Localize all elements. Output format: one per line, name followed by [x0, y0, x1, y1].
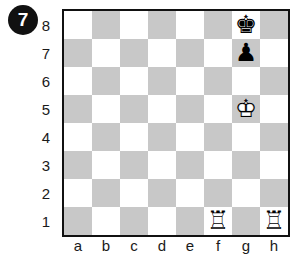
rank-label-1: 1 [34, 207, 56, 235]
white-rook-glyph: ♖ [263, 207, 285, 235]
rank-label-6: 6 [34, 67, 56, 95]
square-a5[interactable] [64, 95, 92, 123]
square-h3[interactable] [260, 151, 288, 179]
square-c1[interactable] [120, 207, 148, 235]
square-d6[interactable] [148, 67, 176, 95]
square-f5[interactable] [204, 95, 232, 123]
square-h1[interactable]: ♜♖ [260, 207, 288, 235]
rank-label-3: 3 [34, 151, 56, 179]
square-b1[interactable] [92, 207, 120, 235]
file-label-c: c [120, 236, 148, 254]
square-e1[interactable] [176, 207, 204, 235]
chess-puzzle-diagram: 7 87654321 ♚♟♚♔♜♖♜♖ abcdefgh [0, 0, 301, 254]
square-a3[interactable] [64, 151, 92, 179]
chess-board: ♚♟♚♔♜♖♜♖ [62, 9, 290, 237]
white-king[interactable]: ♚♔ [232, 95, 260, 123]
square-h4[interactable] [260, 123, 288, 151]
square-h2[interactable] [260, 179, 288, 207]
square-d5[interactable] [148, 95, 176, 123]
square-f2[interactable] [204, 179, 232, 207]
file-label-b: b [92, 236, 120, 254]
square-a6[interactable] [64, 67, 92, 95]
white-rook[interactable]: ♜♖ [260, 207, 288, 235]
black-pawn[interactable]: ♟ [232, 39, 260, 67]
rank-label-5: 5 [34, 95, 56, 123]
square-d2[interactable] [148, 179, 176, 207]
square-c3[interactable] [120, 151, 148, 179]
square-c8[interactable] [120, 11, 148, 39]
file-label-d: d [148, 236, 176, 254]
file-label-f: f [204, 236, 232, 254]
square-e3[interactable] [176, 151, 204, 179]
rank-label-7: 7 [34, 39, 56, 67]
black-king[interactable]: ♚ [232, 11, 260, 39]
square-e8[interactable] [176, 11, 204, 39]
square-c4[interactable] [120, 123, 148, 151]
square-a4[interactable] [64, 123, 92, 151]
square-a7[interactable] [64, 39, 92, 67]
square-g1[interactable] [232, 207, 260, 235]
square-f6[interactable] [204, 67, 232, 95]
square-g8[interactable]: ♚ [232, 11, 260, 39]
rank-label-4: 4 [34, 123, 56, 151]
square-b7[interactable] [92, 39, 120, 67]
square-g5[interactable]: ♚♔ [232, 95, 260, 123]
square-d4[interactable] [148, 123, 176, 151]
square-f3[interactable] [204, 151, 232, 179]
square-g7[interactable]: ♟ [232, 39, 260, 67]
square-e6[interactable] [176, 67, 204, 95]
square-e2[interactable] [176, 179, 204, 207]
file-label-e: e [176, 236, 204, 254]
square-f8[interactable] [204, 11, 232, 39]
square-d3[interactable] [148, 151, 176, 179]
square-h5[interactable] [260, 95, 288, 123]
square-g4[interactable] [232, 123, 260, 151]
file-label-h: h [260, 236, 288, 254]
square-a8[interactable] [64, 11, 92, 39]
square-d1[interactable] [148, 207, 176, 235]
rank-label-8: 8 [34, 11, 56, 39]
black-pawn-glyph: ♟ [235, 39, 257, 67]
square-b6[interactable] [92, 67, 120, 95]
square-e7[interactable] [176, 39, 204, 67]
square-b4[interactable] [92, 123, 120, 151]
square-b8[interactable] [92, 11, 120, 39]
square-e5[interactable] [176, 95, 204, 123]
square-c2[interactable] [120, 179, 148, 207]
square-g3[interactable] [232, 151, 260, 179]
file-label-g: g [232, 236, 260, 254]
file-labels: abcdefgh [64, 236, 288, 254]
rank-labels: 87654321 [34, 11, 56, 235]
black-king-glyph: ♚ [235, 11, 257, 39]
square-e4[interactable] [176, 123, 204, 151]
square-c7[interactable] [120, 39, 148, 67]
white-king-glyph: ♔ [235, 95, 257, 123]
square-b3[interactable] [92, 151, 120, 179]
file-label-a: a [64, 236, 92, 254]
square-d8[interactable] [148, 11, 176, 39]
square-h8[interactable] [260, 11, 288, 39]
square-f4[interactable] [204, 123, 232, 151]
square-g2[interactable] [232, 179, 260, 207]
white-rook[interactable]: ♜♖ [204, 207, 232, 235]
square-f1[interactable]: ♜♖ [204, 207, 232, 235]
white-rook-glyph: ♖ [207, 207, 229, 235]
rank-label-2: 2 [34, 179, 56, 207]
square-a2[interactable] [64, 179, 92, 207]
square-f7[interactable] [204, 39, 232, 67]
square-b2[interactable] [92, 179, 120, 207]
square-h6[interactable] [260, 67, 288, 95]
square-c5[interactable] [120, 95, 148, 123]
square-g6[interactable] [232, 67, 260, 95]
square-d7[interactable] [148, 39, 176, 67]
square-a1[interactable] [64, 207, 92, 235]
square-h7[interactable] [260, 39, 288, 67]
square-b5[interactable] [92, 95, 120, 123]
square-c6[interactable] [120, 67, 148, 95]
